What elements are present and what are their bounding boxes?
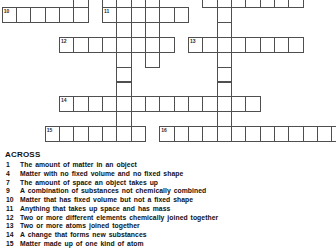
clue-item: 12Two or more different elements chemica… — [0, 214, 336, 223]
clue-text: Matter that has fixed volume but not a f… — [20, 196, 193, 204]
grid-cell[interactable] — [102, 37, 117, 53]
grid-cell[interactable] — [217, 52, 232, 68]
grid-cell[interactable] — [159, 126, 174, 142]
clue-number: 10 — [6, 196, 20, 204]
clue-number: 4 — [6, 170, 20, 178]
grid-cell[interactable] — [231, 126, 246, 142]
clue-text: A change that forms new substances — [20, 231, 147, 239]
grid-cell[interactable] — [73, 96, 88, 112]
grid-cell[interactable] — [231, 37, 246, 53]
grid-cell[interactable] — [131, 96, 146, 112]
grid-cell[interactable] — [116, 37, 131, 53]
grid-cell[interactable] — [274, 0, 289, 8]
clue-item: 11Anything that takes up space and has m… — [0, 205, 336, 214]
grid-cell[interactable] — [2, 7, 17, 23]
grid-cell[interactable] — [131, 126, 146, 142]
grid-cell[interactable] — [231, 0, 246, 8]
grid-cell[interactable] — [116, 126, 131, 142]
clue-item: 1The amount of matter in an object — [0, 161, 336, 170]
grid-cell[interactable] — [102, 96, 117, 112]
grid-cell[interactable] — [217, 37, 232, 53]
clue-item: 10Matter that has fixed volume but not a… — [0, 196, 336, 205]
grid-cell[interactable] — [260, 0, 275, 8]
grid-cell[interactable] — [159, 96, 174, 112]
grid-cell[interactable] — [116, 22, 131, 38]
grid-cell[interactable] — [16, 7, 31, 23]
crossword-grid: 10111213141516 — [0, 0, 336, 148]
grid-cell[interactable] — [202, 96, 217, 112]
grid-cell[interactable] — [217, 67, 232, 83]
grid-cell[interactable] — [288, 126, 303, 142]
grid-cell[interactable] — [145, 52, 160, 68]
grid-cell[interactable] — [73, 37, 88, 53]
grid-cell[interactable] — [30, 7, 45, 23]
grid-cell[interactable] — [45, 7, 60, 23]
grid-cell[interactable] — [116, 52, 131, 68]
grid-cell[interactable] — [217, 126, 232, 142]
grid-cell[interactable] — [217, 22, 232, 38]
grid-cell[interactable] — [260, 126, 275, 142]
grid-cell[interactable] — [88, 126, 103, 142]
grid-cell[interactable] — [274, 126, 289, 142]
grid-cell[interactable] — [116, 96, 131, 112]
grid-cell[interactable] — [317, 126, 332, 142]
clue-item: 7The amount of space an object takes up — [0, 179, 336, 188]
grid-cell[interactable] — [59, 7, 74, 23]
grid-cell[interactable] — [116, 7, 131, 23]
crossword-page: 10111213141516 ACROSS 1The amount of mat… — [0, 0, 336, 252]
grid-cell[interactable] — [288, 37, 303, 53]
grid-cell[interactable] — [174, 7, 189, 23]
grid-cell[interactable] — [231, 96, 246, 112]
across-heading: ACROSS — [5, 150, 40, 159]
grid-cell[interactable] — [59, 37, 74, 53]
grid-cell[interactable] — [174, 126, 189, 142]
grid-cell[interactable] — [73, 126, 88, 142]
grid-cell[interactable] — [159, 7, 174, 23]
grid-cell[interactable] — [245, 96, 260, 112]
grid-cell[interactable] — [102, 126, 117, 142]
clue-item: 15Matter made up of one kind of atom — [0, 240, 336, 249]
clue-text: Matter with no fixed volume and no fixed… — [20, 170, 183, 178]
grid-cell[interactable] — [116, 111, 131, 127]
clue-number: 11 — [6, 205, 20, 213]
grid-cell[interactable] — [245, 126, 260, 142]
grid-cell[interactable] — [331, 126, 336, 142]
grid-cell[interactable] — [145, 22, 160, 38]
clue-number: 7 — [6, 179, 20, 187]
clue-number: 13 — [6, 222, 20, 230]
grid-cell[interactable] — [145, 96, 160, 112]
grid-cell[interactable] — [88, 96, 103, 112]
grid-cell[interactable] — [260, 37, 275, 53]
clue-text: A combination of substances not chemical… — [20, 187, 206, 195]
grid-cell[interactable] — [73, 7, 88, 23]
grid-cell[interactable] — [174, 96, 189, 112]
clue-text: Two or more atoms joined together — [20, 222, 140, 230]
clue-number: 1 — [6, 161, 20, 169]
grid-cell[interactable] — [245, 37, 260, 53]
grid-cell[interactable] — [202, 126, 217, 142]
grid-cell[interactable] — [131, 7, 146, 23]
grid-cell[interactable] — [59, 126, 74, 142]
clue-number: 9 — [6, 187, 20, 195]
grid-cell[interactable] — [131, 22, 146, 38]
grid-cell[interactable] — [131, 37, 146, 53]
clue-text: Matter made up of one kind of atom — [20, 240, 144, 248]
grid-cell[interactable] — [45, 126, 60, 142]
grid-cell[interactable] — [188, 37, 203, 53]
clue-item: 13Two or more atoms joined together — [0, 222, 336, 231]
grid-cell[interactable] — [217, 111, 232, 127]
clue-item: 14A change that forms new substances — [0, 231, 336, 240]
grid-cell[interactable] — [303, 126, 318, 142]
clue-text: Anything that takes up space and has mas… — [20, 205, 170, 213]
clue-text: The amount of space an object takes up — [20, 179, 158, 187]
grid-cell[interactable] — [245, 0, 260, 8]
clue-text: The amount of matter in an object — [20, 161, 137, 169]
grid-cell[interactable] — [88, 37, 103, 53]
clue-item: 4Matter with no fixed volume and no fixe… — [0, 170, 336, 179]
grid-cell[interactable] — [116, 67, 131, 83]
grid-cell[interactable] — [188, 96, 203, 112]
grid-cell[interactable] — [274, 37, 289, 53]
grid-cell[interactable] — [188, 126, 203, 142]
grid-cell[interactable] — [202, 0, 217, 8]
clue-item: 9A combination of substances not chemica… — [0, 187, 336, 196]
grid-cell[interactable] — [145, 7, 160, 23]
grid-cell[interactable] — [159, 37, 174, 53]
grid-cell[interactable] — [145, 37, 160, 53]
grid-cell[interactable] — [102, 7, 117, 23]
grid-cell[interactable] — [116, 82, 131, 98]
clue-number: 12 — [6, 214, 20, 222]
grid-cell[interactable] — [217, 82, 232, 98]
grid-cell[interactable] — [59, 96, 74, 112]
clue-text: Two or more different elements chemicall… — [20, 214, 218, 222]
across-clue-list: 1The amount of matter in an object4Matte… — [0, 161, 336, 249]
grid-cell[interactable] — [217, 7, 232, 23]
grid-cell[interactable] — [288, 0, 303, 8]
clue-number: 14 — [6, 231, 20, 239]
grid-cell[interactable] — [202, 37, 217, 53]
grid-cell[interactable] — [217, 96, 232, 112]
clue-number: 15 — [6, 240, 20, 248]
